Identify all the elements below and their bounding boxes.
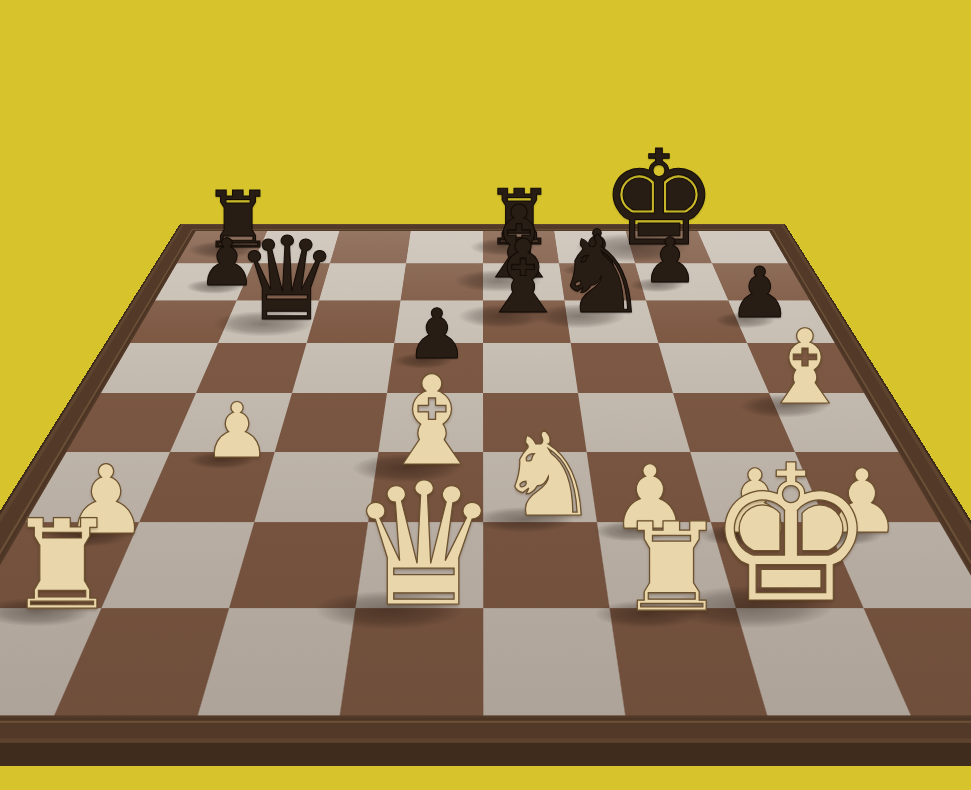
piece-black-queen-b6[interactable]: ♛ <box>235 222 338 337</box>
piece-white-rook-f1[interactable]: ♜ <box>617 507 726 629</box>
chess-app-screen: ♜♜♚♟♝♟♟♝♞♟♛♟♝♟♝♞♟♟♟♟♚♛♜♜ <box>0 0 971 790</box>
piece-white-bishop-h4[interactable]: ♝ <box>759 316 851 419</box>
piece-white-rook-a1[interactable]: ♜ <box>6 503 117 627</box>
piece-white-knight-e2[interactable]: ♞ <box>496 417 600 533</box>
board-side-face <box>0 743 971 766</box>
piece-white-queen-d1[interactable]: ♛ <box>348 460 500 630</box>
piece-white-pawn-b3[interactable]: ♟ <box>203 393 271 469</box>
piece-black-knight-f6[interactable]: ♞ <box>553 222 649 329</box>
piece-white-king-g1[interactable]: ♚ <box>706 441 875 630</box>
piece-black-pawn-g7[interactable]: ♟ <box>642 230 698 292</box>
